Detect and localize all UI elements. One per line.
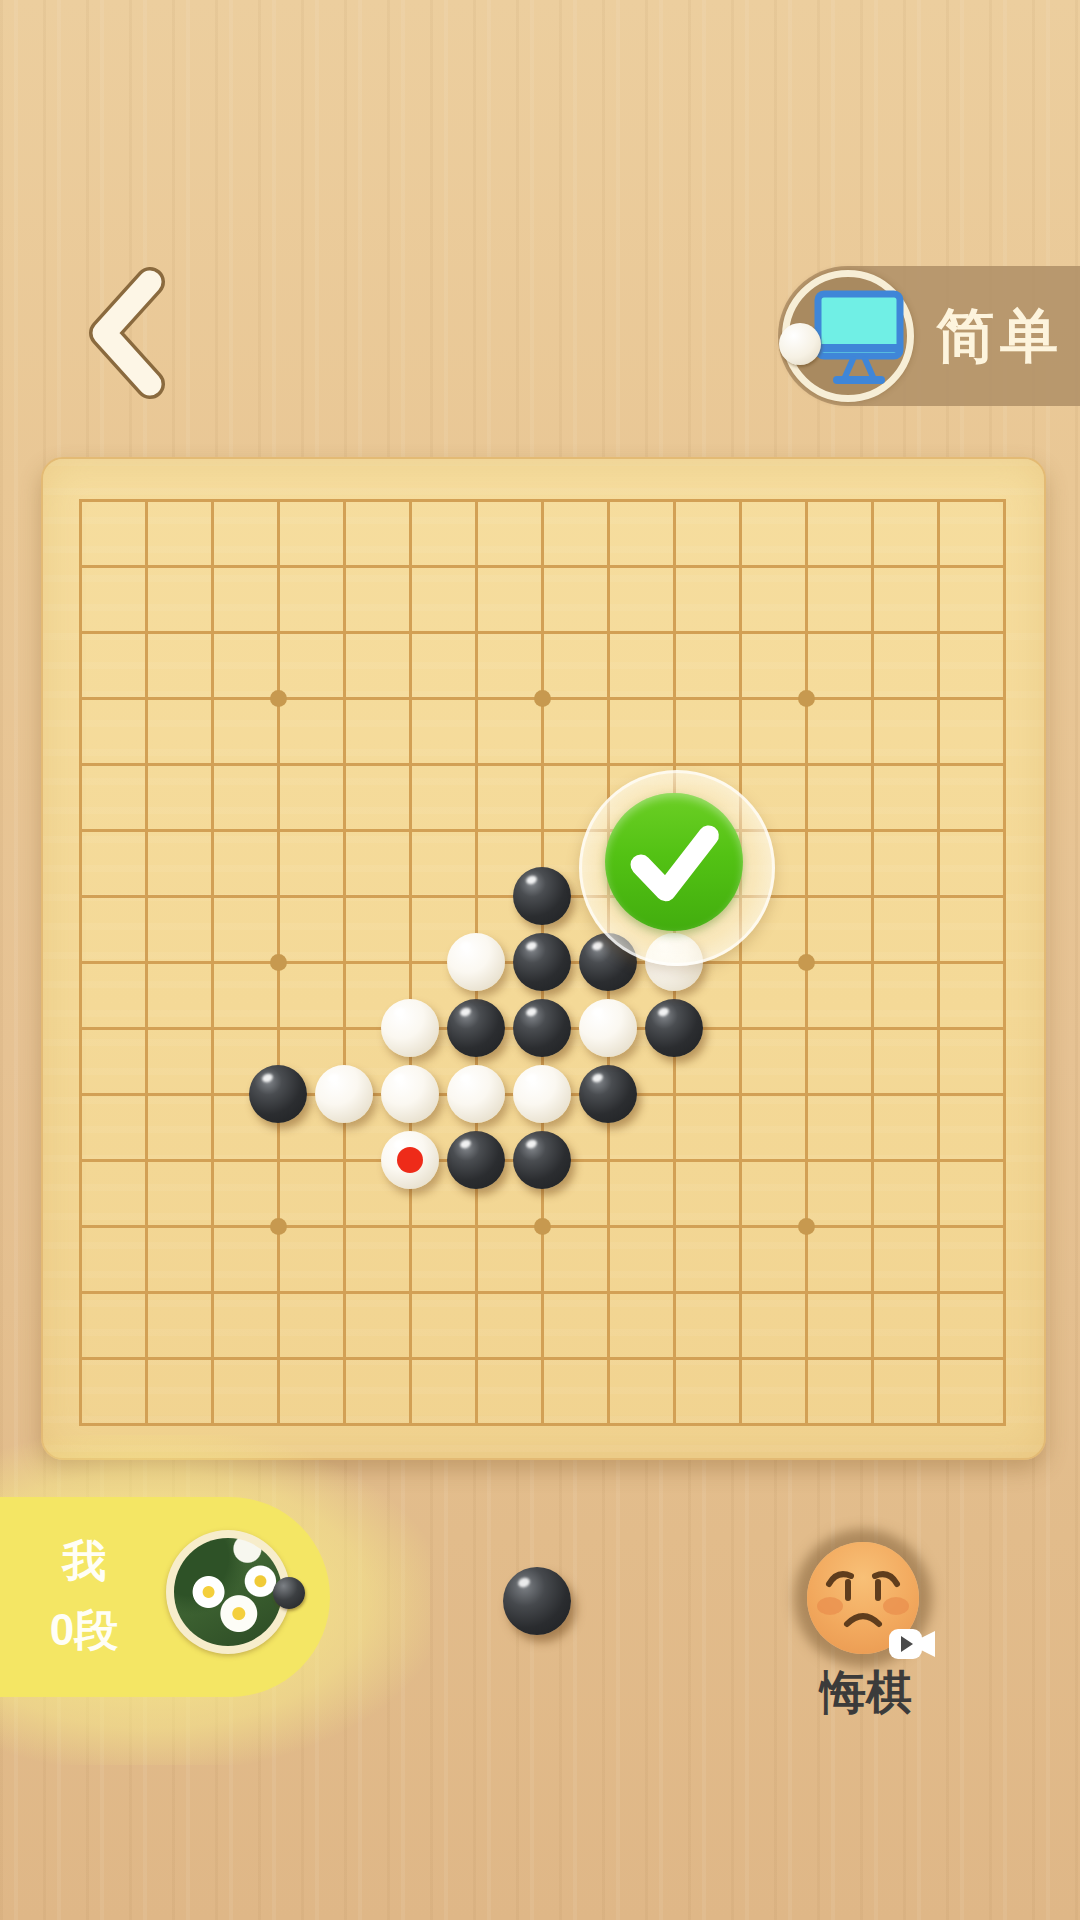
star-point [270, 954, 287, 971]
stone-black [447, 999, 505, 1057]
difficulty-badge[interactable]: 简单 [778, 266, 1080, 406]
stone-black [579, 1065, 637, 1123]
avatar-photo-daisies [174, 1538, 282, 1646]
star-point [534, 1218, 551, 1235]
stone-white [315, 1065, 373, 1123]
computer-monitor-icon [811, 287, 907, 391]
stone-black [513, 867, 571, 925]
grid-line-vertical [871, 499, 874, 1426]
board-grid [80, 500, 1004, 1424]
grid-line-vertical [1003, 499, 1006, 1426]
star-point [270, 1218, 287, 1235]
back-chevron-icon [78, 266, 178, 400]
stone-white [513, 1065, 571, 1123]
grid-line-horizontal [79, 1291, 1006, 1294]
grid-line-horizontal [79, 1423, 1006, 1426]
undo-label: 悔棋 [786, 1662, 946, 1724]
grid-line-vertical [739, 499, 742, 1426]
star-point [534, 690, 551, 707]
star-point [798, 1218, 815, 1235]
stone-black [447, 1131, 505, 1189]
gomoku-board[interactable] [41, 457, 1046, 1460]
last-move-marker [397, 1147, 423, 1173]
white-stone-indicator [779, 323, 821, 365]
stone-black [513, 1131, 571, 1189]
player-rank: 0段 [14, 1601, 154, 1660]
checkmark-icon [605, 793, 743, 931]
grid-line-horizontal [79, 1357, 1006, 1360]
grid-line-vertical [937, 499, 940, 1426]
star-point [270, 690, 287, 707]
opponent-avatar-circle [782, 270, 914, 402]
star-point [798, 954, 815, 971]
back-button[interactable] [78, 266, 178, 400]
stone-white [381, 999, 439, 1057]
stone-black [645, 999, 703, 1057]
stone-white [447, 1065, 505, 1123]
stone-black [513, 999, 571, 1057]
stone-white [579, 999, 637, 1057]
stone-black [249, 1065, 307, 1123]
undo-button[interactable] [807, 1542, 919, 1654]
turn-indicator-black-stone [503, 1567, 571, 1635]
difficulty-label: 简单 [920, 303, 1080, 369]
player-black-stone-badge [273, 1577, 305, 1609]
player-avatar [166, 1530, 290, 1654]
player-name: 我 [14, 1532, 154, 1591]
video-camera-icon [888, 1624, 938, 1664]
stone-white [447, 933, 505, 991]
star-point [798, 690, 815, 707]
confirm-green-circle [605, 793, 743, 931]
stone-black [513, 933, 571, 991]
confirm-move-button[interactable] [579, 770, 775, 966]
stone-white [381, 1065, 439, 1123]
stone-white [381, 1131, 439, 1189]
